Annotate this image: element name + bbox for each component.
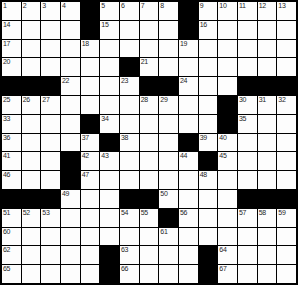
cell-r13c13[interactable] <box>238 228 257 246</box>
cell-r15c2[interactable] <box>22 265 41 283</box>
cell-r4c9[interactable] <box>159 58 178 76</box>
clue-number-23: 23 <box>121 77 128 85</box>
cell-r3c2[interactable] <box>22 40 41 58</box>
clue-number-56: 56 <box>180 209 187 217</box>
cell-r9c9[interactable] <box>159 152 178 170</box>
clue-number-6: 6 <box>121 2 125 10</box>
cell-r11c4[interactable]: 49 <box>61 190 80 208</box>
cell-r10c10[interactable] <box>179 171 198 189</box>
cell-r2c2[interactable] <box>22 21 41 39</box>
cell-r10c6[interactable] <box>100 171 119 189</box>
black-cell-r9c11 <box>199 152 218 170</box>
cell-r2c15[interactable] <box>277 21 296 39</box>
cell-r9c5[interactable]: 42 <box>81 152 100 170</box>
black-cell-r8c6 <box>100 134 119 152</box>
cell-r3c10[interactable]: 19 <box>179 40 198 58</box>
clue-number-5: 5 <box>101 2 105 10</box>
cell-r1c6[interactable]: 5 <box>100 2 119 20</box>
clue-number-18: 18 <box>82 40 89 48</box>
cell-r6c14[interactable]: 31 <box>258 96 277 114</box>
cell-r14c2[interactable] <box>22 246 41 264</box>
black-cell-r7c5 <box>81 115 100 133</box>
cell-r9c12[interactable]: 45 <box>218 152 237 170</box>
cell-r6c2[interactable]: 26 <box>22 96 41 114</box>
cell-r4c13[interactable] <box>238 58 257 76</box>
cell-r4c5[interactable] <box>81 58 100 76</box>
clue-number-50: 50 <box>160 190 167 198</box>
cell-r12c1[interactable]: 51 <box>2 209 21 227</box>
cell-r7c2[interactable] <box>22 115 41 133</box>
black-cell-r11c1 <box>2 190 21 208</box>
black-cell-r11c15 <box>277 190 296 208</box>
cell-r10c7[interactable] <box>120 171 139 189</box>
clue-number-63: 63 <box>121 246 128 254</box>
cell-r6c6[interactable] <box>100 96 119 114</box>
clue-number-32: 32 <box>278 96 285 104</box>
cell-r12c6[interactable] <box>100 209 119 227</box>
cell-r9c6[interactable]: 43 <box>100 152 119 170</box>
cell-r7c9[interactable] <box>159 115 178 133</box>
cell-r4c12[interactable] <box>218 58 237 76</box>
cell-r2c13[interactable] <box>238 21 257 39</box>
cell-r9c7[interactable] <box>120 152 139 170</box>
clue-number-2: 2 <box>23 2 27 10</box>
cell-r5c4[interactable]: 22 <box>61 77 80 95</box>
cell-r6c1[interactable]: 25 <box>2 96 21 114</box>
cell-r14c4[interactable] <box>61 246 80 264</box>
cell-r15c12[interactable]: 67 <box>218 265 237 283</box>
cell-r15c3[interactable] <box>41 265 60 283</box>
clue-number-24: 24 <box>180 77 187 85</box>
cell-r10c14[interactable] <box>258 171 277 189</box>
clue-number-40: 40 <box>219 134 226 142</box>
cell-r7c8[interactable] <box>140 115 159 133</box>
cell-r13c14[interactable] <box>258 228 277 246</box>
cell-r2c9[interactable] <box>159 21 178 39</box>
cell-r13c15[interactable] <box>277 228 296 246</box>
cell-r15c13[interactable] <box>238 265 257 283</box>
clue-number-43: 43 <box>101 152 108 160</box>
cell-r8c12[interactable]: 40 <box>218 134 237 152</box>
clue-number-39: 39 <box>200 134 207 142</box>
black-cell-r6c12 <box>218 96 237 114</box>
clue-number-21: 21 <box>141 58 148 66</box>
cell-r12c7[interactable]: 54 <box>120 209 139 227</box>
cell-r4c10[interactable] <box>179 58 198 76</box>
cell-r12c13[interactable]: 57 <box>238 209 257 227</box>
cell-r5c12[interactable] <box>218 77 237 95</box>
cell-r2c3[interactable] <box>41 21 60 39</box>
clue-number-31: 31 <box>259 96 266 104</box>
clue-number-33: 33 <box>3 115 10 123</box>
cell-r1c4[interactable]: 4 <box>61 2 80 20</box>
cell-r4c4[interactable] <box>61 58 80 76</box>
cell-r8c15[interactable] <box>277 134 296 152</box>
black-cell-r5c9 <box>159 77 178 95</box>
cell-r1c7[interactable]: 6 <box>120 2 139 20</box>
cell-r14c8[interactable] <box>140 246 159 264</box>
cell-r15c5[interactable] <box>81 265 100 283</box>
clue-number-47: 47 <box>82 171 89 179</box>
cell-r14c9[interactable] <box>159 246 178 264</box>
cell-r12c5[interactable] <box>81 209 100 227</box>
cell-r12c8[interactable]: 55 <box>140 209 159 227</box>
cell-r7c10[interactable] <box>179 115 198 133</box>
cell-r12c2[interactable]: 52 <box>22 209 41 227</box>
clue-number-35: 35 <box>239 115 246 123</box>
cell-r11c11[interactable] <box>199 190 218 208</box>
cell-r10c5[interactable]: 47 <box>81 171 100 189</box>
cell-r2c6[interactable]: 15 <box>100 21 119 39</box>
clue-number-12: 12 <box>259 2 266 10</box>
cell-r4c1[interactable]: 20 <box>2 58 21 76</box>
cell-r4c8[interactable]: 21 <box>140 58 159 76</box>
cell-r13c12[interactable] <box>218 228 237 246</box>
cell-r2c8[interactable] <box>140 21 159 39</box>
clue-number-22: 22 <box>62 77 69 85</box>
clue-number-9: 9 <box>200 2 204 10</box>
cell-r5c5[interactable] <box>81 77 100 95</box>
cell-r12c11[interactable] <box>199 209 218 227</box>
black-cell-r5c8 <box>140 77 159 95</box>
black-cell-r15c6 <box>100 265 119 283</box>
cell-r2c11[interactable]: 16 <box>199 21 218 39</box>
black-cell-r7c12 <box>218 115 237 133</box>
black-cell-r9c4 <box>61 152 80 170</box>
cell-r8c7[interactable]: 38 <box>120 134 139 152</box>
cell-r8c11[interactable]: 39 <box>199 134 218 152</box>
cell-r3c5[interactable]: 18 <box>81 40 100 58</box>
cell-r1c8[interactable]: 7 <box>140 2 159 20</box>
clue-number-42: 42 <box>82 152 89 160</box>
clue-number-29: 29 <box>160 96 167 104</box>
cell-r2c12[interactable] <box>218 21 237 39</box>
cell-r10c2[interactable] <box>22 171 41 189</box>
cell-r11c9[interactable]: 50 <box>159 190 178 208</box>
cell-r10c12[interactable] <box>218 171 237 189</box>
cell-r14c7[interactable]: 63 <box>120 246 139 264</box>
clue-number-28: 28 <box>141 96 148 104</box>
cell-r5c6[interactable] <box>100 77 119 95</box>
cell-r10c11[interactable]: 48 <box>199 171 218 189</box>
cell-r3c6[interactable] <box>100 40 119 58</box>
clue-number-45: 45 <box>219 152 226 160</box>
cell-r7c11[interactable] <box>199 115 218 133</box>
cell-r14c10[interactable] <box>179 246 198 264</box>
clue-number-49: 49 <box>62 190 69 198</box>
cell-r4c11[interactable] <box>199 58 218 76</box>
clue-number-46: 46 <box>3 171 10 179</box>
cell-r8c4[interactable] <box>61 134 80 152</box>
cell-r13c9[interactable]: 61 <box>159 228 178 246</box>
crossword-grid: 1234567891011121314151617181920212223242… <box>0 0 298 285</box>
cell-r6c7[interactable] <box>120 96 139 114</box>
clue-number-10: 10 <box>219 2 226 10</box>
cell-r10c8[interactable] <box>140 171 159 189</box>
black-cell-r15c11 <box>199 265 218 283</box>
cell-r6c13[interactable]: 30 <box>238 96 257 114</box>
cell-r2c14[interactable] <box>258 21 277 39</box>
cell-r15c10[interactable] <box>179 265 198 283</box>
clue-number-57: 57 <box>239 209 246 217</box>
black-cell-r11c2 <box>22 190 41 208</box>
cell-r12c10[interactable]: 56 <box>179 209 198 227</box>
cell-r13c6[interactable] <box>100 228 119 246</box>
cell-r7c4[interactable] <box>61 115 80 133</box>
cell-r9c3[interactable] <box>41 152 60 170</box>
clue-number-53: 53 <box>42 209 49 217</box>
cell-r1c13[interactable]: 11 <box>238 2 257 20</box>
clue-number-66: 66 <box>121 265 128 273</box>
cell-r1c1[interactable]: 1 <box>2 2 21 20</box>
cell-r15c7[interactable]: 66 <box>120 265 139 283</box>
cell-r2c4[interactable] <box>61 21 80 39</box>
clue-number-60: 60 <box>3 228 10 236</box>
cell-r3c3[interactable] <box>41 40 60 58</box>
cell-r7c13[interactable]: 35 <box>238 115 257 133</box>
cell-r12c14[interactable]: 58 <box>258 209 277 227</box>
cell-r1c3[interactable]: 3 <box>41 2 60 20</box>
crossword-puzzle: 1234567891011121314151617181920212223242… <box>0 0 298 285</box>
black-cell-r10c4 <box>61 171 80 189</box>
black-cell-r5c2 <box>22 77 41 95</box>
cell-r8c5[interactable]: 37 <box>81 134 100 152</box>
cell-r15c4[interactable] <box>61 265 80 283</box>
cell-r5c10[interactable]: 24 <box>179 77 198 95</box>
clue-number-7: 7 <box>141 2 145 10</box>
cell-r10c15[interactable] <box>277 171 296 189</box>
clue-number-51: 51 <box>3 209 10 217</box>
clue-number-36: 36 <box>3 134 10 142</box>
cell-r3c12[interactable] <box>218 40 237 58</box>
cell-r2c7[interactable] <box>120 21 139 39</box>
cell-r11c6[interactable] <box>100 190 119 208</box>
cell-r13c10[interactable] <box>179 228 198 246</box>
clue-number-25: 25 <box>3 96 10 104</box>
cell-r6c5[interactable] <box>81 96 100 114</box>
clue-number-27: 27 <box>42 96 49 104</box>
cell-r14c15[interactable] <box>277 246 296 264</box>
cell-r4c2[interactable] <box>22 58 41 76</box>
cell-r13c8[interactable] <box>140 228 159 246</box>
clue-number-48: 48 <box>200 171 207 179</box>
cell-r12c12[interactable] <box>218 209 237 227</box>
cell-r6c11[interactable] <box>199 96 218 114</box>
cell-r9c8[interactable] <box>140 152 159 170</box>
black-cell-r8c10 <box>179 134 198 152</box>
cell-r9c10[interactable]: 44 <box>179 152 198 170</box>
clue-number-44: 44 <box>180 152 187 160</box>
clue-number-15: 15 <box>101 21 108 29</box>
clue-number-59: 59 <box>278 209 285 217</box>
cell-r3c9[interactable] <box>159 40 178 58</box>
cell-r13c2[interactable] <box>22 228 41 246</box>
cell-r3c1[interactable]: 17 <box>2 40 21 58</box>
cell-r9c1[interactable]: 41 <box>2 152 21 170</box>
cell-r4c14[interactable] <box>258 58 277 76</box>
clue-number-54: 54 <box>121 209 128 217</box>
cell-r12c3[interactable]: 53 <box>41 209 60 227</box>
cell-r15c8[interactable] <box>140 265 159 283</box>
black-cell-r14c6 <box>100 246 119 264</box>
cell-r6c15[interactable]: 32 <box>277 96 296 114</box>
cell-r3c4[interactable] <box>61 40 80 58</box>
cell-r10c3[interactable] <box>41 171 60 189</box>
clue-number-55: 55 <box>141 209 148 217</box>
clue-number-41: 41 <box>3 152 10 160</box>
cell-r10c1[interactable]: 46 <box>2 171 21 189</box>
black-cell-r11c3 <box>41 190 60 208</box>
black-cell-r5c15 <box>277 77 296 95</box>
black-cell-r11c8 <box>140 190 159 208</box>
cell-r11c10[interactable] <box>179 190 198 208</box>
black-cell-r11c14 <box>258 190 277 208</box>
cell-r7c6[interactable]: 34 <box>100 115 119 133</box>
cell-r5c7[interactable]: 23 <box>120 77 139 95</box>
cell-r7c1[interactable]: 33 <box>2 115 21 133</box>
clue-number-3: 3 <box>42 2 46 10</box>
cell-r6c10[interactable] <box>179 96 198 114</box>
black-cell-r11c13 <box>238 190 257 208</box>
cell-r3c15[interactable] <box>277 40 296 58</box>
cell-r6c9[interactable]: 29 <box>159 96 178 114</box>
black-cell-r1c5 <box>81 2 100 20</box>
cell-r12c4[interactable] <box>61 209 80 227</box>
black-cell-r5c3 <box>41 77 60 95</box>
cell-r13c11[interactable] <box>199 228 218 246</box>
black-cell-r4c7 <box>120 58 139 76</box>
clue-number-16: 16 <box>200 21 207 29</box>
cell-r4c6[interactable] <box>100 58 119 76</box>
black-cell-r5c1 <box>2 77 21 95</box>
cell-r4c3[interactable] <box>41 58 60 76</box>
cell-r3c13[interactable] <box>238 40 257 58</box>
clue-number-4: 4 <box>62 2 66 10</box>
clue-number-62: 62 <box>3 246 10 254</box>
clue-number-8: 8 <box>160 2 164 10</box>
cell-r7c3[interactable] <box>41 115 60 133</box>
cell-r8c3[interactable] <box>41 134 60 152</box>
cell-r1c2[interactable]: 2 <box>22 2 41 20</box>
black-cell-r14c11 <box>199 246 218 264</box>
cell-r14c5[interactable] <box>81 246 100 264</box>
cell-r9c15[interactable] <box>277 152 296 170</box>
cell-r3c14[interactable] <box>258 40 277 58</box>
clue-number-64: 64 <box>219 246 226 254</box>
cell-r13c4[interactable] <box>61 228 80 246</box>
cell-r8c14[interactable] <box>258 134 277 152</box>
cell-r14c14[interactable] <box>258 246 277 264</box>
clue-number-61: 61 <box>160 228 167 236</box>
black-cell-r1c10 <box>179 2 198 20</box>
cell-r14c1[interactable]: 62 <box>2 246 21 264</box>
cell-r6c4[interactable] <box>61 96 80 114</box>
cell-r1c15[interactable]: 13 <box>277 2 296 20</box>
cell-r6c3[interactable]: 27 <box>41 96 60 114</box>
clue-number-17: 17 <box>3 40 10 48</box>
cell-r14c13[interactable] <box>238 246 257 264</box>
cell-r14c3[interactable] <box>41 246 60 264</box>
clue-number-26: 26 <box>23 96 30 104</box>
cell-r9c13[interactable] <box>238 152 257 170</box>
black-cell-r2c5 <box>81 21 100 39</box>
cell-r8c2[interactable] <box>22 134 41 152</box>
cell-r15c15[interactable] <box>277 265 296 283</box>
clue-number-65: 65 <box>3 265 10 273</box>
cell-r1c12[interactable]: 10 <box>218 2 237 20</box>
cell-r1c11[interactable]: 9 <box>199 2 218 20</box>
cell-r13c1[interactable]: 60 <box>2 228 21 246</box>
cell-r8c13[interactable] <box>238 134 257 152</box>
black-cell-r11c7 <box>120 190 139 208</box>
cell-r15c14[interactable] <box>258 265 277 283</box>
cell-r13c7[interactable] <box>120 228 139 246</box>
cell-r6c8[interactable]: 28 <box>140 96 159 114</box>
cell-r2c1[interactable]: 14 <box>2 21 21 39</box>
cell-r11c5[interactable] <box>81 190 100 208</box>
cell-r8c8[interactable] <box>140 134 159 152</box>
clue-number-38: 38 <box>121 134 128 142</box>
cell-r10c9[interactable] <box>159 171 178 189</box>
clue-number-67: 67 <box>219 265 226 273</box>
cell-r7c7[interactable] <box>120 115 139 133</box>
black-cell-r12c9 <box>159 209 178 227</box>
clue-number-13: 13 <box>278 2 285 10</box>
clue-number-20: 20 <box>3 58 10 66</box>
cell-r9c14[interactable] <box>258 152 277 170</box>
cell-r9c2[interactable] <box>22 152 41 170</box>
clue-number-34: 34 <box>101 115 108 123</box>
cell-r12c15[interactable]: 59 <box>277 209 296 227</box>
clue-number-11: 11 <box>239 2 246 10</box>
black-cell-r5c14 <box>258 77 277 95</box>
cell-r11c12[interactable] <box>218 190 237 208</box>
cell-r13c3[interactable] <box>41 228 60 246</box>
clue-number-30: 30 <box>239 96 246 104</box>
cell-r7c15[interactable] <box>277 115 296 133</box>
cell-r8c1[interactable]: 36 <box>2 134 21 152</box>
cell-r3c8[interactable] <box>140 40 159 58</box>
cell-r13c5[interactable] <box>81 228 100 246</box>
cell-r15c9[interactable] <box>159 265 178 283</box>
cell-r1c9[interactable]: 8 <box>159 2 178 20</box>
cell-r8c9[interactable] <box>159 134 178 152</box>
clue-number-37: 37 <box>82 134 89 142</box>
cell-r15c1[interactable]: 65 <box>2 265 21 283</box>
cell-r5c11[interactable] <box>199 77 218 95</box>
black-cell-r2c10 <box>179 21 198 39</box>
cell-r4c15[interactable] <box>277 58 296 76</box>
clue-number-14: 14 <box>3 21 10 29</box>
cell-r3c7[interactable] <box>120 40 139 58</box>
clue-number-19: 19 <box>180 40 187 48</box>
clue-number-1: 1 <box>3 2 7 10</box>
cell-r10c13[interactable] <box>238 171 257 189</box>
cell-r14c12[interactable]: 64 <box>218 246 237 264</box>
cell-r3c11[interactable] <box>199 40 218 58</box>
clue-number-58: 58 <box>259 209 266 217</box>
clue-number-52: 52 <box>23 209 30 217</box>
cell-r1c14[interactable]: 12 <box>258 2 277 20</box>
black-cell-r5c13 <box>238 77 257 95</box>
cell-r7c14[interactable] <box>258 115 277 133</box>
